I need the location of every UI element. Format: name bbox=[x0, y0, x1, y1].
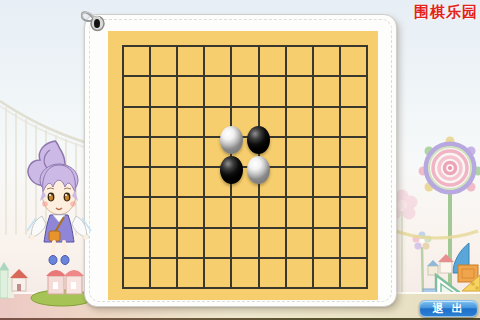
notepad-card bbox=[84, 14, 397, 307]
go-stone-white bbox=[247, 156, 270, 184]
go-stone-black bbox=[247, 126, 270, 154]
board-grid bbox=[122, 45, 368, 289]
app-title: 围棋乐园 bbox=[414, 4, 478, 21]
girl-character bbox=[20, 138, 98, 268]
app-screen: 围棋乐园 退 出 bbox=[0, 0, 480, 320]
candy-park-decoration bbox=[383, 123, 480, 320]
exit-button[interactable]: 退 出 bbox=[419, 300, 478, 317]
yellow-arc-decoration bbox=[385, 227, 478, 238]
go-board[interactable] bbox=[108, 31, 378, 300]
mini-windmill-icon bbox=[413, 232, 432, 297]
binder-grommet-icon bbox=[76, 3, 110, 37]
go-stone-black bbox=[220, 156, 243, 184]
go-stone-white bbox=[220, 126, 243, 154]
